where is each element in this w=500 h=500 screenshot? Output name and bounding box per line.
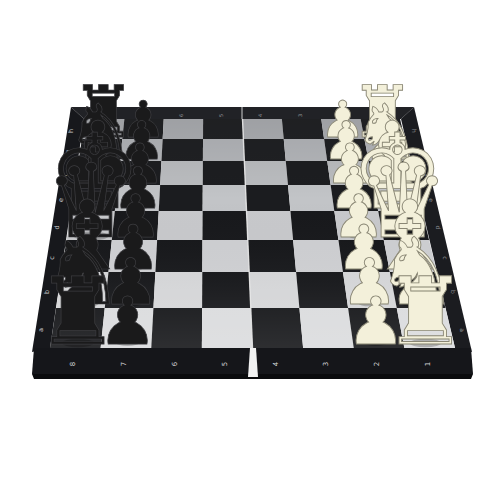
piece-white-rook-a1: ♜ (383, 257, 467, 366)
chessboard: 8765432187654321abcdefghabcdefgh♜♟♟♜♞♟♟♞… (0, 0, 500, 500)
front-rail-label-4: 4 (272, 361, 280, 366)
chess-set-photo: 8765432187654321abcdefghabcdefgh♜♟♟♜♞♟♟♞… (0, 0, 500, 500)
back-rail-label-6: 6 (178, 114, 184, 117)
front-rail-label-7: 7 (120, 362, 128, 366)
back-rail-label-3: 3 (297, 114, 303, 117)
front-rail-label-6: 6 (171, 361, 179, 366)
back-rail-label-5: 5 (218, 114, 224, 117)
piece-black-pawn-a7: ♟ (98, 283, 157, 360)
back-rail-label-4: 4 (257, 114, 263, 117)
front-rail-label-2: 2 (373, 362, 381, 366)
front-rail-label-5: 5 (221, 362, 229, 366)
front-rail-label-3: 3 (322, 362, 330, 366)
